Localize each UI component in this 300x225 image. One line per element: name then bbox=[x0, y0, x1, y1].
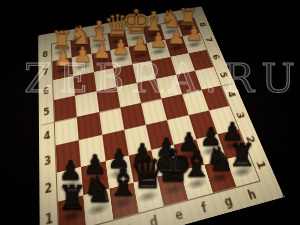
file-label-h: h bbox=[237, 184, 266, 205]
chess-board: ♜♞♝♛♚♝♞♜♟♟♟♟♟♟♟♟♟♟♟♟♟♟♟♟♜♞♝♛♚♝♞♜ abcdefg… bbox=[38, 6, 284, 225]
rank-label-left-6: 6 bbox=[43, 81, 50, 102]
file-label-f: f bbox=[189, 197, 218, 218]
piece-black-rook-a1: ♜ bbox=[45, 182, 99, 215]
square-e6 bbox=[132, 60, 156, 82]
square-a1: ♜ bbox=[58, 195, 86, 225]
rank-label-left-5: 5 bbox=[43, 101, 50, 124]
photo-scene: ♜♞♝♛♚♝♞♜♟♟♟♟♟♟♟♟♟♟♟♟♟♟♟♟♜♞♝♛♚♝♞♜ abcdefg… bbox=[0, 0, 300, 225]
file-label-d: d bbox=[139, 210, 168, 225]
square-e5 bbox=[137, 79, 162, 103]
file-label-e: e bbox=[165, 203, 194, 225]
piece-white-pawn-a7: ♟ bbox=[42, 48, 83, 69]
rank-label-left-4: 4 bbox=[44, 123, 51, 149]
square-c5 bbox=[96, 87, 120, 112]
